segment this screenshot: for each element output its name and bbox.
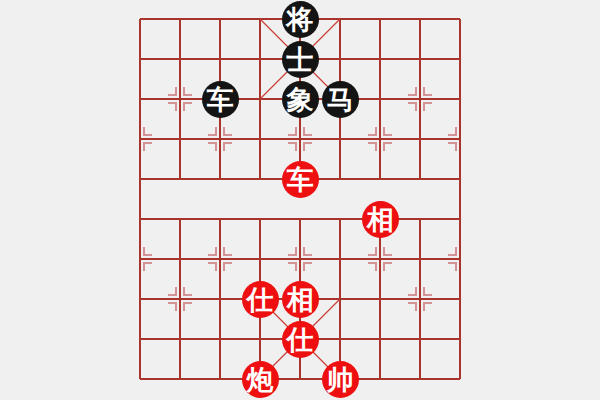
piece-black-horse[interactable]: 马 [322,81,359,118]
pieces-layer: 将士车象马车相仕相仕炮帅 [120,0,480,399]
piece-black-general[interactable]: 将 [282,1,319,38]
piece-red-chariot[interactable]: 车 [282,161,319,198]
piece-red-elephant-2[interactable]: 相 [282,281,319,318]
piece-red-advisor-2[interactable]: 仕 [282,321,319,358]
piece-red-elephant-1[interactable]: 相 [362,201,399,238]
piece-red-general[interactable]: 帅 [322,361,359,398]
piece-black-advisor[interactable]: 士 [282,41,319,78]
piece-red-cannon[interactable]: 炮 [242,361,279,398]
piece-red-advisor-1[interactable]: 仕 [242,281,279,318]
piece-black-chariot[interactable]: 车 [202,81,239,118]
xiangqi-board: 将士车象马车相仕相仕炮帅 [0,0,600,400]
piece-black-elephant[interactable]: 象 [282,81,319,118]
